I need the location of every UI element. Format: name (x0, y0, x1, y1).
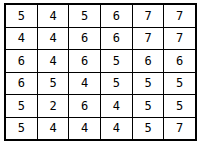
cell-r1c1: 5 (6, 5, 37, 27)
cell-r4c2: 5 (38, 73, 69, 95)
cell-r5c4: 4 (101, 95, 132, 117)
cell-r1c4: 6 (101, 5, 132, 27)
cell-r4c5: 5 (133, 73, 164, 95)
cell-r3c5: 6 (133, 50, 164, 72)
cell-r1c3: 5 (69, 5, 100, 27)
cell-r5c6: 5 (164, 95, 195, 117)
cell-r5c3: 6 (69, 95, 100, 117)
cell-r3c3: 6 (69, 50, 100, 72)
cell-r1c5: 7 (133, 5, 164, 27)
cell-r2c3: 6 (69, 28, 100, 50)
cell-r6c1: 5 (6, 118, 37, 140)
cell-r2c1: 4 (6, 28, 37, 50)
cell-r2c2: 4 (38, 28, 69, 50)
cell-r2c5: 7 (133, 28, 164, 50)
cell-r4c4: 5 (101, 73, 132, 95)
cell-r4c1: 6 (6, 73, 37, 95)
number-grid-board: 545677446677646566654555526455544457 (4, 3, 197, 141)
cell-r4c6: 5 (164, 73, 195, 95)
cell-r1c6: 7 (164, 5, 195, 27)
cell-r1c2: 4 (38, 5, 69, 27)
cell-r3c1: 6 (6, 50, 37, 72)
cell-r2c6: 7 (164, 28, 195, 50)
cell-r6c4: 4 (101, 118, 132, 140)
cell-r5c2: 2 (38, 95, 69, 117)
cell-r3c4: 5 (101, 50, 132, 72)
cell-r2c4: 6 (101, 28, 132, 50)
cell-r6c2: 4 (38, 118, 69, 140)
cell-r3c6: 6 (164, 50, 195, 72)
cell-r6c3: 4 (69, 118, 100, 140)
cell-r6c6: 7 (164, 118, 195, 140)
cell-r6c5: 5 (133, 118, 164, 140)
cell-r5c1: 5 (6, 95, 37, 117)
cell-r3c2: 4 (38, 50, 69, 72)
cell-r4c3: 4 (69, 73, 100, 95)
cell-r5c5: 5 (133, 95, 164, 117)
